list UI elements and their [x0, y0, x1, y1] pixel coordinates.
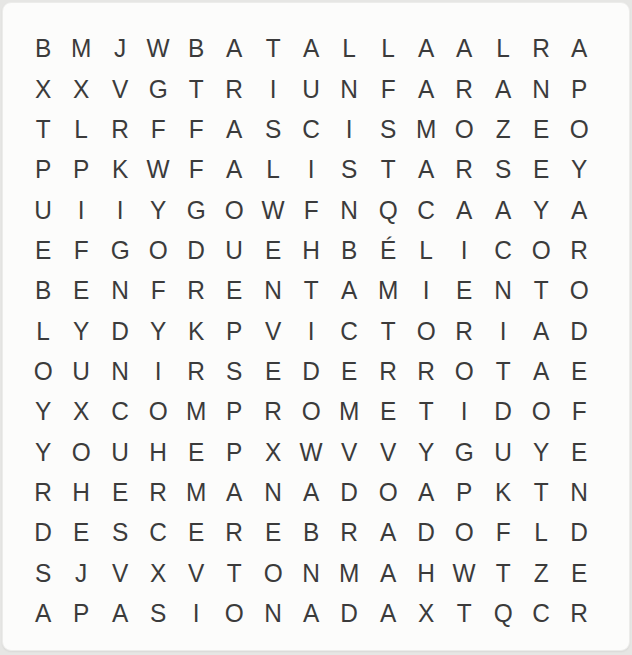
grid-cell[interactable]: W: [140, 28, 176, 68]
grid-cell[interactable]: E: [561, 351, 597, 391]
grid-cell[interactable]: É: [370, 230, 406, 270]
grid-cell[interactable]: Y: [561, 149, 597, 189]
grid-cell[interactable]: O: [446, 351, 482, 391]
grid-cell[interactable]: A: [293, 28, 329, 68]
grid-cell[interactable]: L: [25, 310, 61, 350]
grid-cell[interactable]: N: [332, 189, 368, 229]
grid-cell[interactable]: G: [178, 189, 214, 229]
grid-cell[interactable]: E: [63, 270, 99, 310]
grid-cell[interactable]: W: [446, 552, 482, 592]
grid-cell[interactable]: F: [293, 189, 329, 229]
grid-cell[interactable]: R: [178, 351, 214, 391]
grid-cell[interactable]: Y: [523, 189, 559, 229]
grid-cell[interactable]: T: [446, 593, 482, 633]
grid-cell[interactable]: U: [485, 431, 521, 471]
grid-cell[interactable]: T: [485, 351, 521, 391]
grid-cell[interactable]: F: [140, 270, 176, 310]
grid-cell[interactable]: E: [255, 351, 291, 391]
grid-cell[interactable]: D: [561, 512, 597, 552]
grid-cell[interactable]: P: [446, 472, 482, 512]
grid-cell[interactable]: X: [25, 68, 61, 108]
grid-cell[interactable]: R: [446, 68, 482, 108]
grid-cell[interactable]: D: [102, 310, 138, 350]
grid-cell[interactable]: B: [178, 28, 214, 68]
grid-cell[interactable]: I: [63, 189, 99, 229]
grid-cell[interactable]: I: [178, 593, 214, 633]
grid-cell[interactable]: A: [217, 472, 253, 512]
grid-cell[interactable]: M: [178, 391, 214, 431]
grid-cell[interactable]: R: [217, 68, 253, 108]
grid-cell[interactable]: T: [370, 149, 406, 189]
grid-cell[interactable]: A: [446, 28, 482, 68]
grid-cell[interactable]: I: [140, 351, 176, 391]
grid-cell[interactable]: B: [25, 28, 61, 68]
grid-cell[interactable]: U: [25, 189, 61, 229]
grid-cell[interactable]: C: [408, 189, 444, 229]
grid-cell[interactable]: W: [293, 431, 329, 471]
grid-cell[interactable]: A: [408, 472, 444, 512]
grid-cell[interactable]: M: [332, 552, 368, 592]
grid-cell[interactable]: R: [332, 512, 368, 552]
grid-cell[interactable]: O: [140, 230, 176, 270]
grid-cell[interactable]: V: [370, 431, 406, 471]
grid-cell[interactable]: F: [140, 109, 176, 149]
grid-cell[interactable]: R: [140, 472, 176, 512]
grid-cell[interactable]: R: [523, 28, 559, 68]
grid-cell[interactable]: W: [140, 149, 176, 189]
grid-cell[interactable]: R: [561, 593, 597, 633]
grid-cell[interactable]: A: [217, 28, 253, 68]
grid-cell[interactable]: I: [293, 149, 329, 189]
grid-cell[interactable]: T: [25, 109, 61, 149]
grid-cell[interactable]: Y: [63, 310, 99, 350]
grid-cell[interactable]: R: [217, 512, 253, 552]
grid-cell[interactable]: A: [293, 593, 329, 633]
grid-cell[interactable]: E: [332, 351, 368, 391]
grid-cell[interactable]: F: [63, 230, 99, 270]
grid-cell[interactable]: O: [25, 351, 61, 391]
grid-cell[interactable]: I: [255, 68, 291, 108]
grid-cell[interactable]: P: [25, 149, 61, 189]
grid-cell[interactable]: T: [217, 552, 253, 592]
grid-cell[interactable]: B: [332, 230, 368, 270]
grid-cell[interactable]: Y: [140, 189, 176, 229]
grid-cell[interactable]: D: [408, 512, 444, 552]
grid-cell[interactable]: T: [408, 391, 444, 431]
grid-cell[interactable]: H: [140, 431, 176, 471]
grid-cell[interactable]: N: [255, 270, 291, 310]
grid-cell[interactable]: Q: [370, 189, 406, 229]
grid-cell[interactable]: N: [485, 270, 521, 310]
grid-cell[interactable]: E: [102, 472, 138, 512]
grid-cell[interactable]: E: [561, 431, 597, 471]
grid-cell[interactable]: D: [293, 351, 329, 391]
grid-cell[interactable]: A: [523, 351, 559, 391]
grid-cell[interactable]: E: [255, 512, 291, 552]
grid-cell[interactable]: X: [255, 431, 291, 471]
grid-cell[interactable]: Y: [25, 391, 61, 431]
grid-cell[interactable]: F: [178, 109, 214, 149]
grid-cell[interactable]: E: [25, 230, 61, 270]
grid-cell[interactable]: L: [332, 28, 368, 68]
grid-cell[interactable]: I: [485, 310, 521, 350]
grid-cell[interactable]: T: [293, 270, 329, 310]
grid-cell[interactable]: E: [523, 109, 559, 149]
grid-cell[interactable]: Q: [485, 593, 521, 633]
grid-cell[interactable]: D: [332, 593, 368, 633]
grid-cell[interactable]: E: [370, 391, 406, 431]
grid-cell[interactable]: I: [293, 310, 329, 350]
grid-cell[interactable]: A: [485, 189, 521, 229]
grid-cell[interactable]: L: [408, 230, 444, 270]
grid-cell[interactable]: T: [485, 552, 521, 592]
grid-cell[interactable]: A: [408, 28, 444, 68]
grid-cell[interactable]: O: [561, 270, 597, 310]
grid-cell[interactable]: N: [102, 270, 138, 310]
grid-cell[interactable]: V: [255, 310, 291, 350]
grid-cell[interactable]: O: [63, 431, 99, 471]
grid-cell[interactable]: Z: [523, 552, 559, 592]
grid-cell[interactable]: K: [485, 472, 521, 512]
grid-cell[interactable]: X: [63, 68, 99, 108]
grid-cell[interactable]: K: [102, 149, 138, 189]
grid-cell[interactable]: A: [25, 593, 61, 633]
grid-cell[interactable]: V: [102, 68, 138, 108]
grid-cell[interactable]: D: [485, 391, 521, 431]
grid-cell[interactable]: H: [293, 230, 329, 270]
grid-cell[interactable]: O: [446, 109, 482, 149]
grid-cell[interactable]: E: [178, 431, 214, 471]
grid-cell[interactable]: D: [25, 512, 61, 552]
grid-cell[interactable]: A: [408, 68, 444, 108]
grid-cell[interactable]: T: [255, 28, 291, 68]
grid-cell[interactable]: A: [217, 149, 253, 189]
grid-cell[interactable]: O: [446, 512, 482, 552]
grid-cell[interactable]: L: [485, 28, 521, 68]
grid-cell[interactable]: O: [293, 391, 329, 431]
grid-cell[interactable]: P: [217, 310, 253, 350]
word-search-grid: BMJWBATALLAALRAXXVGTRIUNFARANPTLRFFASCIS…: [24, 28, 598, 633]
grid-cell[interactable]: A: [370, 552, 406, 592]
grid-cell[interactable]: O: [523, 391, 559, 431]
grid-cell[interactable]: R: [102, 109, 138, 149]
grid-cell[interactable]: R: [370, 351, 406, 391]
grid-cell[interactable]: X: [408, 593, 444, 633]
grid-cell[interactable]: A: [293, 472, 329, 512]
grid-cell[interactable]: N: [523, 68, 559, 108]
grid-cell[interactable]: B: [293, 512, 329, 552]
grid-cell[interactable]: M: [370, 270, 406, 310]
grid-cell[interactable]: S: [25, 552, 61, 592]
grid-cell[interactable]: L: [370, 28, 406, 68]
grid-cell[interactable]: G: [140, 68, 176, 108]
grid-cell[interactable]: G: [102, 230, 138, 270]
grid-cell[interactable]: F: [178, 149, 214, 189]
grid-cell[interactable]: E: [561, 552, 597, 592]
grid-cell[interactable]: N: [255, 472, 291, 512]
grid-cell[interactable]: G: [446, 431, 482, 471]
grid-cell[interactable]: A: [523, 310, 559, 350]
grid-cell[interactable]: P: [561, 68, 597, 108]
grid-cell[interactable]: J: [63, 552, 99, 592]
grid-cell[interactable]: S: [140, 593, 176, 633]
grid-cell[interactable]: V: [102, 552, 138, 592]
grid-cell[interactable]: U: [217, 230, 253, 270]
grid-cell[interactable]: P: [217, 391, 253, 431]
grid-cell[interactable]: Y: [408, 431, 444, 471]
grid-cell[interactable]: T: [178, 68, 214, 108]
grid-cell[interactable]: Z: [485, 109, 521, 149]
grid-cell[interactable]: J: [102, 28, 138, 68]
grid-cell[interactable]: I: [332, 109, 368, 149]
grid-cell[interactable]: S: [332, 149, 368, 189]
grid-cell[interactable]: O: [217, 593, 253, 633]
grid-cell[interactable]: W: [255, 189, 291, 229]
grid-cell[interactable]: D: [561, 310, 597, 350]
grid-cell[interactable]: M: [408, 109, 444, 149]
grid-cell[interactable]: D: [332, 472, 368, 512]
grid-cell[interactable]: C: [293, 109, 329, 149]
grid-cell[interactable]: R: [408, 351, 444, 391]
grid-cell[interactable]: N: [332, 68, 368, 108]
grid-cell[interactable]: T: [523, 472, 559, 512]
grid-cell[interactable]: B: [25, 270, 61, 310]
grid-cell[interactable]: A: [217, 109, 253, 149]
grid-cell[interactable]: R: [446, 310, 482, 350]
grid-cell[interactable]: E: [255, 230, 291, 270]
grid-cell[interactable]: N: [561, 472, 597, 512]
grid-cell[interactable]: A: [446, 189, 482, 229]
grid-cell[interactable]: C: [485, 230, 521, 270]
grid-cell[interactable]: L: [63, 109, 99, 149]
grid-cell[interactable]: U: [293, 68, 329, 108]
grid-cell[interactable]: M: [63, 28, 99, 68]
grid-cell[interactable]: L: [523, 512, 559, 552]
grid-cell[interactable]: A: [332, 270, 368, 310]
grid-cell[interactable]: E: [217, 270, 253, 310]
grid-cell[interactable]: S: [255, 109, 291, 149]
grid-cell[interactable]: T: [370, 310, 406, 350]
grid-cell[interactable]: A: [408, 149, 444, 189]
grid-cell[interactable]: S: [102, 512, 138, 552]
grid-cell[interactable]: I: [446, 230, 482, 270]
grid-cell[interactable]: A: [102, 593, 138, 633]
grid-cell[interactable]: C: [523, 593, 559, 633]
grid-cell[interactable]: D: [178, 230, 214, 270]
grid-cell[interactable]: N: [102, 351, 138, 391]
grid-cell[interactable]: S: [485, 149, 521, 189]
grid-cell[interactable]: P: [217, 431, 253, 471]
grid-cell[interactable]: R: [561, 230, 597, 270]
grid-cell[interactable]: O: [370, 472, 406, 512]
grid-cell[interactable]: C: [140, 512, 176, 552]
grid-cell[interactable]: O: [217, 189, 253, 229]
grid-cell[interactable]: N: [255, 593, 291, 633]
grid-cell[interactable]: E: [63, 512, 99, 552]
grid-cell[interactable]: R: [446, 149, 482, 189]
grid-cell[interactable]: M: [178, 472, 214, 512]
grid-cell[interactable]: O: [408, 310, 444, 350]
grid-cell[interactable]: E: [178, 512, 214, 552]
grid-cell[interactable]: V: [178, 552, 214, 592]
grid-cell[interactable]: O: [523, 230, 559, 270]
grid-cell[interactable]: R: [255, 391, 291, 431]
grid-cell[interactable]: A: [370, 512, 406, 552]
grid-cell[interactable]: M: [332, 391, 368, 431]
grid-cell[interactable]: C: [102, 391, 138, 431]
grid-cell[interactable]: U: [63, 351, 99, 391]
grid-cell[interactable]: X: [140, 552, 176, 592]
grid-cell[interactable]: H: [408, 552, 444, 592]
grid-cell[interactable]: L: [255, 149, 291, 189]
grid-cell[interactable]: T: [523, 270, 559, 310]
grid-cell[interactable]: P: [63, 149, 99, 189]
grid-cell[interactable]: A: [370, 593, 406, 633]
grid-cell[interactable]: F: [485, 512, 521, 552]
grid-cell[interactable]: I: [446, 391, 482, 431]
grid-cell[interactable]: Y: [25, 431, 61, 471]
grid-cell[interactable]: E: [523, 149, 559, 189]
grid-cell[interactable]: U: [102, 431, 138, 471]
grid-cell[interactable]: K: [178, 310, 214, 350]
grid-cell[interactable]: A: [561, 28, 597, 68]
grid-cell[interactable]: F: [561, 391, 597, 431]
grid-cell[interactable]: V: [332, 431, 368, 471]
grid-cell[interactable]: E: [446, 270, 482, 310]
grid-cell[interactable]: R: [178, 270, 214, 310]
grid-cell[interactable]: R: [25, 472, 61, 512]
grid-cell[interactable]: O: [255, 552, 291, 592]
grid-cell[interactable]: X: [63, 391, 99, 431]
grid-cell[interactable]: C: [332, 310, 368, 350]
grid-cell[interactable]: I: [408, 270, 444, 310]
grid-cell[interactable]: O: [561, 109, 597, 149]
grid-cell[interactable]: Y: [523, 431, 559, 471]
grid-cell[interactable]: F: [370, 68, 406, 108]
grid-cell[interactable]: S: [217, 351, 253, 391]
grid-cell[interactable]: N: [293, 552, 329, 592]
puzzle-card: BMJWBATALLAALRAXXVGTRIUNFARANPTLRFFASCIS…: [2, 2, 630, 651]
grid-cell[interactable]: P: [63, 593, 99, 633]
grid-cell[interactable]: A: [561, 189, 597, 229]
grid-cell[interactable]: A: [485, 68, 521, 108]
grid-cell[interactable]: O: [140, 391, 176, 431]
grid-cell[interactable]: I: [102, 189, 138, 229]
grid-cell[interactable]: Y: [140, 310, 176, 350]
grid-cell[interactable]: S: [370, 109, 406, 149]
grid-cell[interactable]: H: [63, 472, 99, 512]
